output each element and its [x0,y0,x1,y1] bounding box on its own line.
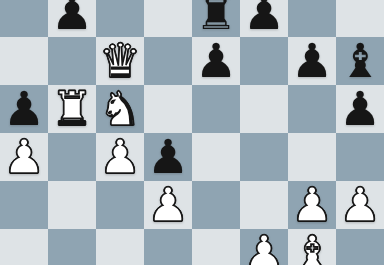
square-f3[interactable] [240,181,288,229]
black-pawn-f7[interactable]: ♟ [240,0,288,37]
square-a4[interactable]: ♟ [0,133,48,181]
square-h3[interactable]: ♟ [336,181,384,229]
square-c5[interactable]: ♞ [96,85,144,133]
square-g3[interactable]: ♟ [288,181,336,229]
square-f2[interactable]: ♟ [240,229,288,265]
chess-board: ♟♜♟♛♟♟♝♟♜♞♟♟♟♟♟♟♟♟♝ [0,0,384,265]
white-rook-b5[interactable]: ♜ [48,85,96,133]
chess-board-viewport: ♟♜♟♛♟♟♝♟♜♞♟♟♟♟♟♟♟♟♝ [0,0,384,265]
white-bishop-g2[interactable]: ♝ [288,229,336,265]
square-f4[interactable] [240,133,288,181]
square-f5[interactable] [240,85,288,133]
square-b4[interactable] [48,133,96,181]
square-a6[interactable] [0,37,48,85]
square-b7[interactable]: ♟ [48,0,96,37]
square-g4[interactable] [288,133,336,181]
square-f7[interactable]: ♟ [240,0,288,37]
square-h2[interactable] [336,229,384,265]
square-a3[interactable] [0,181,48,229]
square-h6[interactable]: ♝ [336,37,384,85]
square-a7[interactable] [0,0,48,37]
white-pawn-a4[interactable]: ♟ [0,133,48,181]
square-d6[interactable] [144,37,192,85]
black-rook-e7[interactable]: ♜ [192,0,240,37]
black-bishop-h6[interactable]: ♝ [336,37,384,85]
square-a2[interactable] [0,229,48,265]
square-g6[interactable]: ♟ [288,37,336,85]
square-d2[interactable] [144,229,192,265]
square-e4[interactable] [192,133,240,181]
square-b3[interactable] [48,181,96,229]
black-pawn-h5[interactable]: ♟ [336,85,384,133]
white-pawn-d3[interactable]: ♟ [144,181,192,229]
square-h5[interactable]: ♟ [336,85,384,133]
white-queen-c6[interactable]: ♛ [96,37,144,85]
white-pawn-f2[interactable]: ♟ [240,229,288,265]
black-pawn-a5[interactable]: ♟ [0,85,48,133]
white-knight-c5[interactable]: ♞ [96,85,144,133]
square-b6[interactable] [48,37,96,85]
square-a5[interactable]: ♟ [0,85,48,133]
black-pawn-d4[interactable]: ♟ [144,133,192,181]
square-d5[interactable] [144,85,192,133]
black-pawn-g6[interactable]: ♟ [288,37,336,85]
square-b2[interactable] [48,229,96,265]
square-c2[interactable] [96,229,144,265]
white-pawn-g3[interactable]: ♟ [288,181,336,229]
square-d3[interactable]: ♟ [144,181,192,229]
square-d7[interactable] [144,0,192,37]
square-e2[interactable] [192,229,240,265]
square-h4[interactable] [336,133,384,181]
square-c4[interactable]: ♟ [96,133,144,181]
square-g7[interactable] [288,0,336,37]
square-g2[interactable]: ♝ [288,229,336,265]
black-pawn-e6[interactable]: ♟ [192,37,240,85]
square-c7[interactable] [96,0,144,37]
white-pawn-c4[interactable]: ♟ [96,133,144,181]
square-g5[interactable] [288,85,336,133]
square-e3[interactable] [192,181,240,229]
black-pawn-b7[interactable]: ♟ [48,0,96,37]
white-pawn-h3[interactable]: ♟ [336,181,384,229]
square-b5[interactable]: ♜ [48,85,96,133]
square-e5[interactable] [192,85,240,133]
square-e6[interactable]: ♟ [192,37,240,85]
square-d4[interactable]: ♟ [144,133,192,181]
square-h7[interactable] [336,0,384,37]
square-c3[interactable] [96,181,144,229]
square-c6[interactable]: ♛ [96,37,144,85]
square-e7[interactable]: ♜ [192,0,240,37]
square-f6[interactable] [240,37,288,85]
